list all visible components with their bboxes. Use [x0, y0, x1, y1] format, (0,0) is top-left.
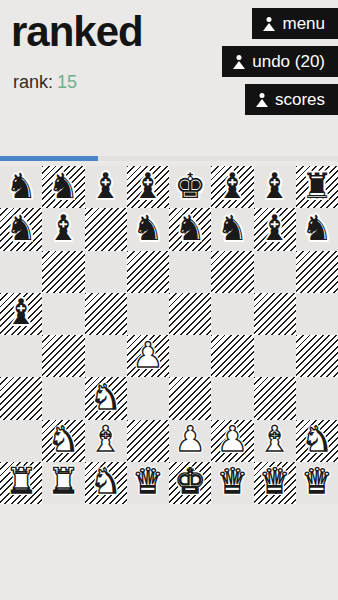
- square-c2[interactable]: ♝: [85, 420, 127, 462]
- square-h5[interactable]: [296, 293, 338, 335]
- piece-white-bishop[interactable]: ♝: [259, 422, 290, 457]
- progress-track: [0, 156, 338, 161]
- square-c6[interactable]: [85, 251, 127, 293]
- square-d3[interactable]: [127, 377, 169, 419]
- scores-button[interactable]: scores: [245, 84, 338, 115]
- piece-black-bishop[interactable]: ♝: [217, 169, 248, 204]
- square-b5[interactable]: [42, 293, 84, 335]
- square-h2[interactable]: ♞: [296, 420, 338, 462]
- person-icon: [233, 55, 245, 69]
- piece-black-knight[interactable]: ♞: [48, 169, 79, 204]
- piece-black-knight[interactable]: ♞: [174, 211, 205, 246]
- undo-button[interactable]: undo (20): [222, 46, 338, 77]
- square-c7[interactable]: [85, 208, 127, 250]
- square-h1[interactable]: ♛: [296, 462, 338, 504]
- piece-white-queen[interactable]: ♛: [301, 464, 332, 499]
- square-h3[interactable]: [296, 377, 338, 419]
- piece-white-knight[interactable]: ♞: [90, 464, 121, 499]
- square-d2[interactable]: [127, 420, 169, 462]
- piece-white-knight[interactable]: ♞: [90, 380, 121, 415]
- square-d8[interactable]: ♝: [127, 166, 169, 208]
- square-e2[interactable]: ♟: [169, 420, 211, 462]
- piece-black-rook[interactable]: ♜: [301, 169, 332, 204]
- piece-black-bishop[interactable]: ♝: [259, 169, 290, 204]
- piece-white-rook[interactable]: ♜: [5, 464, 36, 499]
- square-h6[interactable]: [296, 251, 338, 293]
- square-d7[interactable]: ♞: [127, 208, 169, 250]
- piece-white-bishop[interactable]: ♝: [90, 422, 121, 457]
- scores-button-label: scores: [275, 90, 325, 110]
- piece-black-bishop[interactable]: ♝: [90, 169, 121, 204]
- square-b7[interactable]: ♝: [42, 208, 84, 250]
- square-b1[interactable]: ♜: [42, 462, 84, 504]
- undo-button-label: undo (20): [252, 52, 325, 72]
- rank-line: rank:15: [13, 72, 77, 93]
- menu-button-label: menu: [282, 14, 325, 34]
- piece-black-knight[interactable]: ♞: [132, 211, 163, 246]
- piece-white-pawn[interactable]: ♟: [174, 422, 205, 457]
- person-icon: [256, 93, 268, 107]
- chess-board: ♞♞♝♝♚♝♝♜♞♝♞♞♞♝♞♝♟♞♞♝♟♟♝♞♜♜♞♛♚♛♛♛: [0, 166, 338, 504]
- square-e7[interactable]: ♞: [169, 208, 211, 250]
- square-c8[interactable]: ♝: [85, 166, 127, 208]
- square-d1[interactable]: ♛: [127, 462, 169, 504]
- square-f8[interactable]: ♝: [211, 166, 253, 208]
- square-e4[interactable]: [169, 335, 211, 377]
- square-c1[interactable]: ♞: [85, 462, 127, 504]
- piece-white-knight[interactable]: ♞: [48, 422, 79, 457]
- square-h7[interactable]: ♞: [296, 208, 338, 250]
- square-c4[interactable]: [85, 335, 127, 377]
- square-g7[interactable]: ♝: [254, 208, 296, 250]
- square-g4[interactable]: [254, 335, 296, 377]
- piece-black-bishop[interactable]: ♝: [132, 169, 163, 204]
- square-g2[interactable]: ♝: [254, 420, 296, 462]
- square-f5[interactable]: [211, 293, 253, 335]
- square-b3[interactable]: [42, 377, 84, 419]
- square-c3[interactable]: ♞: [85, 377, 127, 419]
- square-d5[interactable]: [127, 293, 169, 335]
- square-d4[interactable]: ♟: [127, 335, 169, 377]
- square-a5[interactable]: ♝: [0, 293, 42, 335]
- square-a4[interactable]: [0, 335, 42, 377]
- square-b6[interactable]: [42, 251, 84, 293]
- square-b2[interactable]: ♞: [42, 420, 84, 462]
- piece-black-knight[interactable]: ♞: [5, 169, 36, 204]
- square-g6[interactable]: [254, 251, 296, 293]
- square-g1[interactable]: ♛: [254, 462, 296, 504]
- square-b4[interactable]: [42, 335, 84, 377]
- piece-white-pawn[interactable]: ♟: [217, 422, 248, 457]
- square-b8[interactable]: ♞: [42, 166, 84, 208]
- square-f6[interactable]: [211, 251, 253, 293]
- square-a8[interactable]: ♞: [0, 166, 42, 208]
- piece-black-bishop[interactable]: ♝: [48, 211, 79, 246]
- square-h4[interactable]: [296, 335, 338, 377]
- piece-white-queen[interactable]: ♛: [259, 464, 290, 499]
- square-f7[interactable]: ♞: [211, 208, 253, 250]
- square-f1[interactable]: ♛: [211, 462, 253, 504]
- rank-value: 15: [57, 72, 77, 92]
- piece-white-rook[interactable]: ♜: [48, 464, 79, 499]
- square-h8[interactable]: ♜: [296, 166, 338, 208]
- piece-black-knight[interactable]: ♞: [217, 211, 248, 246]
- piece-black-knight[interactable]: ♞: [301, 211, 332, 246]
- piece-black-bishop[interactable]: ♝: [5, 295, 36, 330]
- piece-black-knight[interactable]: ♞: [5, 211, 36, 246]
- piece-white-knight[interactable]: ♞: [301, 422, 332, 457]
- square-e8[interactable]: ♚: [169, 166, 211, 208]
- piece-white-queen[interactable]: ♛: [132, 464, 163, 499]
- piece-white-queen[interactable]: ♛: [217, 464, 248, 499]
- piece-black-king[interactable]: ♚: [174, 169, 205, 204]
- square-e6[interactable]: [169, 251, 211, 293]
- menu-button[interactable]: menu: [252, 8, 338, 39]
- piece-black-bishop[interactable]: ♝: [259, 211, 290, 246]
- square-a2[interactable]: [0, 420, 42, 462]
- square-a7[interactable]: ♞: [0, 208, 42, 250]
- square-e3[interactable]: [169, 377, 211, 419]
- square-f2[interactable]: ♟: [211, 420, 253, 462]
- square-c5[interactable]: [85, 293, 127, 335]
- square-a1[interactable]: ♜: [0, 462, 42, 504]
- page-title: ranked: [11, 8, 143, 56]
- square-e5[interactable]: [169, 293, 211, 335]
- square-g3[interactable]: [254, 377, 296, 419]
- square-d6[interactable]: [127, 251, 169, 293]
- person-icon: [263, 17, 275, 31]
- square-g5[interactable]: [254, 293, 296, 335]
- square-f3[interactable]: [211, 377, 253, 419]
- progress-fill: [0, 156, 98, 161]
- square-g8[interactable]: ♝: [254, 166, 296, 208]
- rank-label: rank:: [13, 72, 53, 92]
- piece-white-king[interactable]: ♚: [174, 464, 205, 499]
- square-a3[interactable]: [0, 377, 42, 419]
- square-e1[interactable]: ♚: [169, 462, 211, 504]
- piece-white-pawn[interactable]: ♟: [132, 338, 163, 373]
- square-f4[interactable]: [211, 335, 253, 377]
- square-a6[interactable]: [0, 251, 42, 293]
